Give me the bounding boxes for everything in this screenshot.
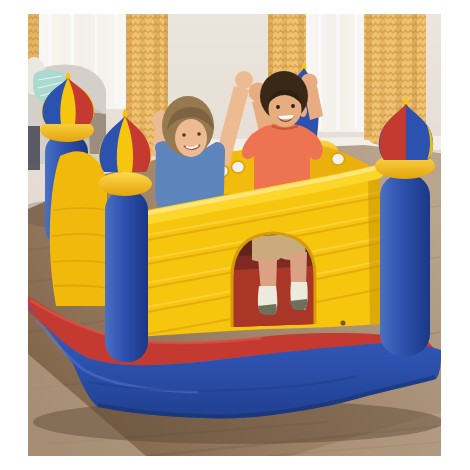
front-right-tower-column: [380, 174, 430, 356]
child-left-face: [175, 119, 207, 157]
child-right-eye: [276, 105, 280, 109]
round-window-hole: [332, 153, 345, 165]
child-left-fist-right: [235, 71, 253, 89]
left-side-wall: [50, 151, 107, 306]
scene-svg: [28, 14, 441, 456]
front-right-tower: [375, 96, 435, 356]
round-window-hole: [232, 161, 245, 173]
child-left-eye: [197, 132, 201, 136]
wall-corner-shade: [368, 170, 380, 326]
child-left-eye: [182, 133, 186, 137]
child-right-eye: [291, 104, 295, 108]
product-photo: [28, 14, 441, 456]
front-left-tower-column: [105, 190, 148, 362]
air-valve-dot: [341, 321, 346, 326]
child-right-leg: [290, 252, 307, 287]
under-chair-shadow: [28, 126, 40, 170]
page: [0, 0, 470, 470]
front-left-tower: [98, 108, 152, 362]
front-left-tower-ring: [98, 172, 152, 196]
